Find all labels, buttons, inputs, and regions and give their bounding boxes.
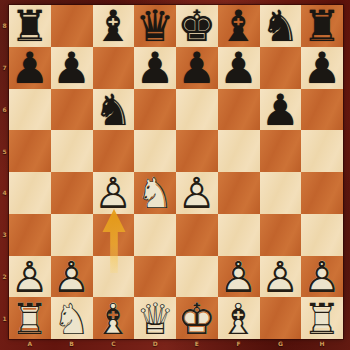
pawn-glyph-outline: ♙: [93, 173, 135, 215]
square-a2[interactable]: ♟♙: [9, 256, 51, 298]
pawn-glyph-outline: ♙: [51, 257, 93, 299]
rank-label-7: 7: [0, 64, 9, 71]
king-glyph-outline: ♔: [176, 298, 218, 340]
square-c3[interactable]: [93, 214, 135, 256]
square-a8[interactable]: ♜: [9, 5, 51, 47]
square-e6[interactable]: [176, 89, 218, 131]
square-g4[interactable]: [260, 172, 302, 214]
piece-white-pawn[interactable]: ♟♙: [176, 172, 218, 214]
square-f6[interactable]: [218, 89, 260, 131]
piece-black-pawn[interactable]: ♟: [176, 47, 218, 89]
chess-board-frame: ♜♝♛♚♝♞♜♟♟♟♟♟♟♞♟♟♙♞♘♟♙♟♙♟♙♟♙♟♙♟♙♜♖♞♘♝♗♛♕♚…: [0, 0, 350, 350]
rank-label-8: 8: [0, 22, 9, 29]
square-c1[interactable]: ♝♗: [93, 297, 135, 339]
piece-white-pawn[interactable]: ♟♙: [260, 256, 302, 298]
square-a7[interactable]: ♟: [9, 47, 51, 89]
square-e3[interactable]: [176, 214, 218, 256]
queen-glyph-outline: ♕: [134, 298, 176, 340]
square-b5[interactable]: [51, 130, 93, 172]
piece-white-bishop[interactable]: ♝♗: [93, 297, 135, 339]
bishop-glyph-fill: ♝: [93, 6, 135, 48]
piece-white-pawn[interactable]: ♟♙: [51, 256, 93, 298]
pawn-glyph-fill: ♟: [51, 48, 93, 90]
file-label-c: C: [107, 340, 119, 347]
square-f1[interactable]: ♝♗: [218, 297, 260, 339]
piece-black-pawn[interactable]: ♟: [134, 47, 176, 89]
square-g7[interactable]: [260, 47, 302, 89]
rank-label-5: 5: [0, 148, 9, 155]
square-b1[interactable]: ♞♘: [51, 297, 93, 339]
pawn-glyph-outline: ♙: [301, 257, 343, 299]
piece-black-knight[interactable]: ♞: [93, 89, 135, 131]
knight-glyph-outline: ♘: [51, 298, 93, 340]
piece-black-pawn[interactable]: ♟: [301, 47, 343, 89]
file-label-e: E: [191, 340, 203, 347]
piece-black-rook[interactable]: ♜: [9, 5, 51, 47]
square-d5[interactable]: [134, 130, 176, 172]
square-b8[interactable]: [51, 5, 93, 47]
square-d4[interactable]: ♞♘: [134, 172, 176, 214]
bishop-glyph-outline: ♗: [93, 298, 135, 340]
square-e4[interactable]: ♟♙: [176, 172, 218, 214]
square-g8[interactable]: ♞: [260, 5, 302, 47]
square-f3[interactable]: [218, 214, 260, 256]
piece-white-pawn[interactable]: ♟♙: [301, 256, 343, 298]
rook-glyph-fill: ♜: [301, 6, 343, 48]
piece-black-bishop[interactable]: ♝: [93, 5, 135, 47]
pawn-glyph-fill: ♟: [218, 48, 260, 90]
bishop-glyph-outline: ♗: [218, 298, 260, 340]
square-c2[interactable]: [93, 256, 135, 298]
square-h7[interactable]: ♟: [301, 47, 343, 89]
file-label-f: F: [233, 340, 245, 347]
square-a4[interactable]: [9, 172, 51, 214]
piece-white-pawn[interactable]: ♟♙: [218, 256, 260, 298]
square-h4[interactable]: [301, 172, 343, 214]
square-d8[interactable]: ♛: [134, 5, 176, 47]
square-a1[interactable]: ♜♖: [9, 297, 51, 339]
square-b6[interactable]: [51, 89, 93, 131]
pawn-glyph-outline: ♙: [176, 173, 218, 215]
pawn-glyph-fill: ♟: [134, 48, 176, 90]
square-b4[interactable]: [51, 172, 93, 214]
rank-label-3: 3: [0, 231, 9, 238]
square-g1[interactable]: [260, 297, 302, 339]
square-g3[interactable]: [260, 214, 302, 256]
square-b3[interactable]: [51, 214, 93, 256]
square-d2[interactable]: [134, 256, 176, 298]
square-d1[interactable]: ♛♕: [134, 297, 176, 339]
square-e5[interactable]: [176, 130, 218, 172]
piece-white-bishop[interactable]: ♝♗: [218, 297, 260, 339]
square-h2[interactable]: ♟♙: [301, 256, 343, 298]
rank-label-4: 4: [0, 189, 9, 196]
square-g6[interactable]: ♟: [260, 89, 302, 131]
pawn-glyph-fill: ♟: [301, 48, 343, 90]
square-b7[interactable]: ♟: [51, 47, 93, 89]
rook-glyph-outline: ♖: [301, 298, 343, 340]
piece-black-pawn[interactable]: ♟: [218, 47, 260, 89]
square-e1[interactable]: ♚♔: [176, 297, 218, 339]
square-e2[interactable]: [176, 256, 218, 298]
square-d6[interactable]: [134, 89, 176, 131]
square-b2[interactable]: ♟♙: [51, 256, 93, 298]
piece-white-knight[interactable]: ♞♘: [51, 297, 93, 339]
square-g5[interactable]: [260, 130, 302, 172]
piece-black-pawn[interactable]: ♟: [260, 89, 302, 131]
square-h1[interactable]: ♜♖: [301, 297, 343, 339]
piece-black-pawn[interactable]: ♟: [9, 47, 51, 89]
file-label-h: H: [316, 340, 328, 347]
square-f2[interactable]: ♟♙: [218, 256, 260, 298]
piece-black-knight[interactable]: ♞: [260, 5, 302, 47]
square-e8[interactable]: ♚: [176, 5, 218, 47]
board: ♜♝♛♚♝♞♜♟♟♟♟♟♟♞♟♟♙♞♘♟♙♟♙♟♙♟♙♟♙♟♙♜♖♞♘♝♗♛♕♚…: [9, 5, 343, 339]
square-a6[interactable]: [9, 89, 51, 131]
square-h8[interactable]: ♜: [301, 5, 343, 47]
pawn-glyph-outline: ♙: [260, 257, 302, 299]
pawn-glyph-fill: ♟: [260, 90, 302, 132]
pawn-glyph-outline: ♙: [218, 257, 260, 299]
square-c8[interactable]: ♝: [93, 5, 135, 47]
piece-black-queen[interactable]: ♛: [134, 5, 176, 47]
pawn-glyph-fill: ♟: [176, 48, 218, 90]
file-label-b: B: [66, 340, 78, 347]
square-c6[interactable]: ♞: [93, 89, 135, 131]
square-c5[interactable]: [93, 130, 135, 172]
piece-white-pawn[interactable]: ♟♙: [9, 256, 51, 298]
square-h6[interactable]: [301, 89, 343, 131]
file-label-a: A: [24, 340, 36, 347]
square-h5[interactable]: [301, 130, 343, 172]
square-c7[interactable]: [93, 47, 135, 89]
square-f5[interactable]: [218, 130, 260, 172]
piece-black-pawn[interactable]: ♟: [51, 47, 93, 89]
square-d3[interactable]: [134, 214, 176, 256]
bishop-glyph-fill: ♝: [218, 6, 260, 48]
piece-black-bishop[interactable]: ♝: [218, 5, 260, 47]
square-f8[interactable]: ♝: [218, 5, 260, 47]
square-f4[interactable]: [218, 172, 260, 214]
pawn-glyph-fill: ♟: [9, 48, 51, 90]
square-g2[interactable]: ♟♙: [260, 256, 302, 298]
queen-glyph-fill: ♛: [134, 6, 176, 48]
rank-label-1: 1: [0, 315, 9, 322]
piece-white-pawn[interactable]: ♟♙: [93, 172, 135, 214]
square-a3[interactable]: [9, 214, 51, 256]
knight-glyph-outline: ♘: [134, 173, 176, 215]
rank-label-6: 6: [0, 106, 9, 113]
rook-glyph-outline: ♖: [9, 298, 51, 340]
king-glyph-fill: ♚: [176, 6, 218, 48]
square-e7[interactable]: ♟: [176, 47, 218, 89]
file-label-d: D: [149, 340, 161, 347]
rank-label-2: 2: [0, 273, 9, 280]
piece-white-queen[interactable]: ♛♕: [134, 297, 176, 339]
square-f7[interactable]: ♟: [218, 47, 260, 89]
knight-glyph-fill: ♞: [93, 90, 135, 132]
piece-white-king[interactable]: ♚♔: [176, 297, 218, 339]
square-c4[interactable]: ♟♙: [93, 172, 135, 214]
piece-white-rook[interactable]: ♜♖: [9, 297, 51, 339]
square-d7[interactable]: ♟: [134, 47, 176, 89]
piece-black-king[interactable]: ♚: [176, 5, 218, 47]
square-h3[interactable]: [301, 214, 343, 256]
pawn-glyph-outline: ♙: [9, 257, 51, 299]
file-label-g: G: [274, 340, 286, 347]
rook-glyph-fill: ♜: [9, 6, 51, 48]
knight-glyph-fill: ♞: [260, 6, 302, 48]
square-a5[interactable]: [9, 130, 51, 172]
piece-black-rook[interactable]: ♜: [301, 5, 343, 47]
piece-white-knight[interactable]: ♞♘: [134, 172, 176, 214]
piece-white-rook[interactable]: ♜♖: [301, 297, 343, 339]
